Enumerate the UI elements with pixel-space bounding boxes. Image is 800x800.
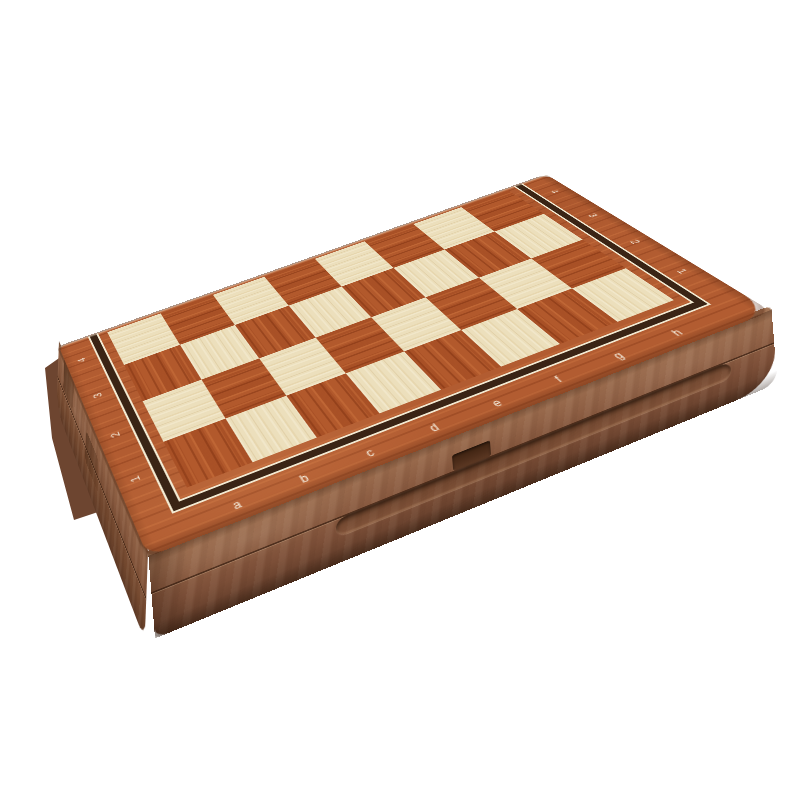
product-photo: abcdefgh 4321 4321 (0, 0, 800, 800)
